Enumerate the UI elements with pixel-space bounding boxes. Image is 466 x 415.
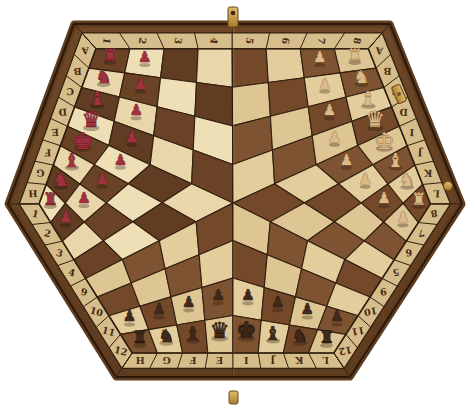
piece-red-bishop-C1: ♝ — [89, 87, 106, 109]
piece-white-pawn-K7: ♟ — [377, 189, 390, 208]
piece-red-pawn-B2: ♟ — [134, 75, 147, 94]
piece-red-pawn-G2: ♟ — [77, 189, 90, 208]
svg-text:♟: ♟ — [125, 128, 138, 146]
svg-text:♞: ♞ — [399, 169, 415, 190]
svg-text:♟: ♟ — [318, 75, 331, 93]
piece-white-bishop-J8: ♝ — [387, 149, 404, 171]
svg-text:♟: ♟ — [396, 208, 409, 226]
three-player-chess-board: 12345678ABCDEFGHABCDIJKL1234910111287659… — [0, 0, 466, 415]
piece-black-pawn-E11: ♟ — [211, 286, 224, 305]
piece-black-knight-K12: ♞ — [292, 325, 308, 346]
piece-red-knight-B1: ♞ — [96, 66, 112, 87]
svg-text:♝: ♝ — [63, 149, 80, 171]
svg-text:♟: ♟ — [59, 208, 72, 226]
piece-black-king-I12: ♚ — [236, 317, 257, 343]
snap-stud-icon — [444, 182, 453, 191]
svg-text:♟: ♟ — [95, 170, 108, 188]
edge-label-bottom-I: I — [243, 355, 248, 366]
piece-red-pawn-D2: ♟ — [125, 128, 138, 147]
piece-white-pawn-A7: ♟ — [313, 48, 326, 67]
svg-text:♝: ♝ — [265, 322, 282, 344]
piece-black-pawn-H11: ♟ — [123, 307, 136, 326]
cell-A4 — [196, 49, 232, 88]
svg-text:♜: ♜ — [347, 45, 362, 65]
piece-red-knight-G1: ♞ — [53, 169, 69, 190]
svg-text:♟: ♟ — [138, 48, 151, 66]
svg-text:♟: ♟ — [323, 101, 336, 119]
edge-label-upper_left-D: D — [58, 106, 67, 117]
svg-text:♟: ♟ — [328, 128, 341, 146]
piece-white-pawn-L7: ♟ — [396, 208, 409, 227]
edge-label-bottom-J: J — [270, 355, 276, 366]
svg-text:♚: ♚ — [236, 317, 257, 343]
edge-label-upper_right-K: K — [423, 168, 433, 179]
edge-label-bottom-H: H — [136, 355, 145, 366]
svg-text:♝: ♝ — [387, 149, 404, 171]
piece-black-pawn-I11: ♟ — [241, 286, 254, 305]
svg-text:♝: ♝ — [360, 87, 377, 109]
piece-white-rook-L8: ♜ — [411, 189, 426, 209]
piece-red-pawn-H2: ♟ — [59, 208, 72, 227]
piece-red-bishop-F1: ♝ — [63, 149, 80, 171]
piece-white-rook-A8: ♜ — [347, 45, 362, 65]
svg-text:♟: ♟ — [211, 286, 224, 304]
svg-text:♟: ♟ — [241, 286, 254, 304]
product-photo: 12345678ABCDEFGHABCDIJKL1234910111287659… — [0, 0, 466, 415]
bottom-hinge-tab-icon — [229, 391, 238, 404]
edge-label-lower_right-10: 10 — [363, 305, 378, 318]
piece-white-pawn-C7: ♟ — [323, 101, 336, 120]
svg-text:♟: ♟ — [123, 307, 136, 325]
svg-text:♝: ♝ — [184, 322, 201, 344]
piece-red-rook-H1: ♜ — [43, 189, 58, 209]
svg-text:♟: ♟ — [77, 189, 90, 207]
piece-black-queen-E12: ♛ — [210, 318, 230, 343]
piece-black-knight-G12: ♞ — [158, 325, 174, 346]
edge-label-upper_right-A: A — [375, 45, 385, 56]
edge-label-bottom-E: E — [216, 355, 223, 366]
edge-label-bottom-F: F — [190, 355, 197, 366]
svg-text:♞: ♞ — [158, 325, 174, 346]
piece-white-pawn-I7: ♟ — [340, 151, 353, 170]
piece-white-bishop-C8: ♝ — [360, 87, 377, 109]
edge-label-bottom-G: G — [163, 355, 171, 366]
piece-black-pawn-J11: ♟ — [271, 293, 284, 312]
svg-text:♜: ♜ — [102, 45, 117, 65]
svg-text:♞: ♞ — [292, 325, 308, 346]
svg-text:♟: ♟ — [377, 189, 390, 207]
edge-label-upper_right-B: B — [383, 66, 392, 77]
cell-A5 — [232, 49, 268, 88]
edge-label-bottom-L: L — [322, 355, 329, 366]
piece-white-pawn-D7: ♟ — [328, 128, 341, 147]
svg-text:♞: ♞ — [96, 66, 112, 87]
piece-white-knight-K8: ♞ — [399, 169, 415, 190]
edge-label-lower_right-11: 11 — [351, 325, 366, 338]
piece-black-pawn-L11: ♟ — [330, 307, 343, 326]
svg-text:♞: ♞ — [53, 169, 69, 190]
piece-black-bishop-J12: ♝ — [265, 322, 282, 344]
edge-label-lower_right-12: 12 — [338, 344, 353, 357]
piece-black-pawn-F11: ♟ — [182, 293, 195, 312]
svg-text:♜: ♜ — [319, 327, 334, 347]
svg-text:♟: ♟ — [330, 307, 343, 325]
piece-black-pawn-K11: ♟ — [301, 300, 314, 319]
svg-text:♟: ♟ — [358, 170, 371, 188]
piece-white-pawn-B7: ♟ — [318, 75, 331, 94]
svg-text:♛: ♛ — [210, 318, 230, 343]
svg-text:♞: ♞ — [353, 66, 369, 87]
edge-label-upper_left-G: G — [36, 168, 45, 179]
svg-text:♟: ♟ — [182, 293, 195, 311]
svg-text:♟: ♟ — [134, 75, 147, 93]
svg-text:♜: ♜ — [132, 327, 147, 347]
edge-label-upper_left-C: C — [66, 86, 75, 97]
piece-red-rook-A1: ♜ — [102, 45, 117, 65]
edge-label-upper_left-A: A — [81, 45, 91, 56]
piece-red-pawn-F2: ♟ — [95, 170, 108, 189]
piece-red-pawn-A2: ♟ — [138, 48, 151, 67]
svg-text:♜: ♜ — [43, 189, 58, 209]
piece-black-rook-H12: ♜ — [132, 327, 147, 347]
svg-text:♟: ♟ — [340, 151, 353, 169]
cell-A6 — [266, 49, 304, 83]
svg-text:♟: ♟ — [271, 293, 284, 311]
svg-text:♟: ♟ — [114, 151, 127, 169]
piece-white-pawn-J7: ♟ — [358, 170, 371, 189]
svg-text:♟: ♟ — [301, 300, 314, 318]
edge-label-upper_left-H: H — [28, 188, 38, 199]
edge-label-upper_right-D: D — [399, 106, 408, 117]
edge-label-upper_left-E: E — [51, 127, 59, 138]
svg-text:♜: ♜ — [411, 189, 426, 209]
top-hinge-tab-icon — [228, 7, 238, 27]
piece-red-pawn-E2: ♟ — [114, 151, 127, 170]
edge-label-upper_left-F: F — [44, 147, 52, 158]
svg-text:♟: ♟ — [152, 300, 165, 318]
edge-label-upper_left-B: B — [73, 66, 82, 77]
svg-text:♝: ♝ — [89, 87, 106, 109]
svg-text:♟: ♟ — [129, 101, 142, 119]
cell-A3 — [161, 49, 198, 83]
piece-red-pawn-C2: ♟ — [129, 101, 142, 120]
svg-text:♟: ♟ — [313, 48, 326, 66]
piece-white-knight-B8: ♞ — [353, 66, 369, 87]
piece-black-bishop-F12: ♝ — [184, 322, 201, 344]
edge-label-bottom-K: K — [294, 355, 303, 366]
piece-black-rook-L12: ♜ — [319, 327, 334, 347]
piece-black-pawn-G11: ♟ — [152, 300, 165, 319]
edge-label-upper_right-L: L — [432, 188, 440, 199]
top-hinge-hole-icon — [231, 11, 236, 16]
